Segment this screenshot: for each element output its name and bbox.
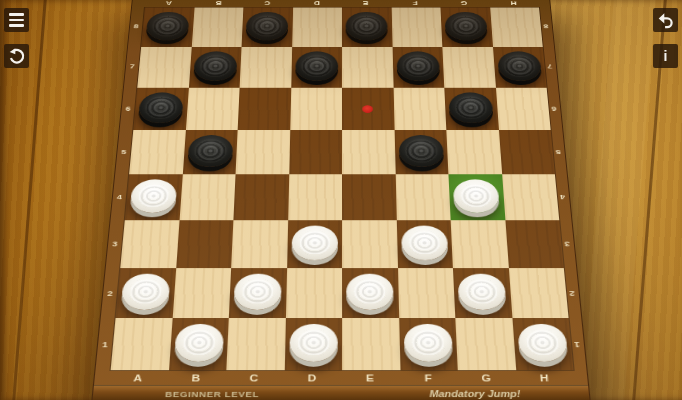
info-button[interactable]: i [653,44,678,68]
undo-button[interactable] [653,8,678,32]
file-label-bottom-H: H [515,371,574,385]
square-A1 [111,318,173,370]
square-B3[interactable] [176,220,234,268]
square-C3 [231,220,288,268]
square-G3 [451,220,509,268]
square-C4[interactable] [233,174,288,220]
square-D1[interactable] [284,318,342,370]
square-A2[interactable] [116,268,176,318]
file-label-top-D: D [292,0,341,7]
square-B1[interactable] [168,318,228,370]
white-man-G2[interactable] [458,274,507,310]
file-labels-bottom: ABCDEFGH [108,371,574,385]
square-G5 [446,130,501,174]
square-D5[interactable] [289,130,342,174]
white-man-F3[interactable] [401,226,448,261]
square-C1 [226,318,285,370]
square-F7[interactable] [392,47,444,88]
board: ABCDEFGH 87654321 87654321 ABCDEFGH BEGI… [90,0,591,400]
black-man-B5[interactable] [187,135,233,167]
square-B6 [185,88,239,130]
square-D7[interactable] [291,47,342,88]
black-man-F5[interactable] [398,135,443,167]
white-man-H1[interactable] [517,324,568,362]
file-label-bottom-B: B [166,371,225,385]
square-D3[interactable] [287,220,342,268]
black-man-F7[interactable] [396,51,440,81]
square-A7 [137,47,191,88]
square-F3[interactable] [396,220,453,268]
square-D4 [288,174,342,220]
square-A5 [129,130,185,174]
file-label-top-G: G [439,0,489,7]
square-H4 [502,174,560,220]
square-F4 [395,174,450,220]
file-label-top-E: E [341,0,390,7]
square-C6[interactable] [238,88,291,130]
file-label-bottom-E: E [341,371,399,385]
square-A3 [120,220,179,268]
black-man-G8[interactable] [445,12,489,41]
square-C8[interactable] [242,8,293,47]
board-grid [109,7,574,371]
square-A6[interactable] [133,88,188,130]
white-man-D1[interactable] [289,324,338,362]
white-man-G4[interactable] [453,179,500,212]
file-label-top-A: A [144,0,194,7]
square-E6[interactable] [342,88,394,130]
square-E1 [342,318,400,370]
square-D8 [292,8,342,47]
white-man-F1[interactable] [403,324,452,362]
square-E7 [342,47,393,88]
board-frame: ABCDEFGH 87654321 87654321 ABCDEFGH BEGI… [90,0,591,400]
checkers-app: ABCDEFGH 87654321 87654321 ABCDEFGH BEGI… [0,0,682,400]
square-G1 [455,318,515,370]
square-F2 [397,268,455,318]
square-C2[interactable] [229,268,287,318]
white-man-E2[interactable] [346,274,394,310]
square-G4[interactable] [448,174,505,220]
square-H1[interactable] [512,318,574,370]
black-man-B7[interactable] [193,51,237,81]
square-G6[interactable] [444,88,498,130]
square-F8 [391,8,442,47]
jump-target-dot[interactable] [362,105,373,113]
square-D2 [285,268,342,318]
hamburger-icon [9,13,24,27]
square-B5[interactable] [182,130,237,174]
black-man-E8[interactable] [346,12,388,41]
white-man-A4[interactable] [130,179,178,212]
info-icon: i [664,49,668,63]
square-G7 [442,47,495,88]
file-label-bottom-G: G [457,371,516,385]
file-labels-top: ABCDEFGH [144,0,538,7]
square-E4[interactable] [342,174,396,220]
square-H7[interactable] [493,47,547,88]
square-G2[interactable] [453,268,512,318]
square-E5 [342,130,395,174]
square-B8 [191,8,243,47]
square-F5[interactable] [394,130,448,174]
white-man-C2[interactable] [234,274,282,310]
square-C5 [236,130,290,174]
square-G8[interactable] [440,8,492,47]
square-H2 [508,268,568,318]
rotate-circular-arrow-icon [8,48,25,65]
file-label-top-F: F [390,0,439,7]
square-H8 [490,8,543,47]
white-man-B1[interactable] [174,324,224,362]
black-man-A6[interactable] [138,92,184,123]
square-H3[interactable] [505,220,564,268]
file-label-bottom-A: A [108,371,167,385]
file-label-top-C: C [242,0,291,7]
file-label-top-B: B [193,0,243,7]
file-label-bottom-C: C [225,371,284,385]
file-label-bottom-F: F [399,371,458,385]
menu-button[interactable] [4,8,29,32]
file-label-top-H: H [488,0,538,7]
square-H5[interactable] [499,130,555,174]
square-F1[interactable] [399,318,458,370]
square-H6 [495,88,550,130]
square-E2[interactable] [342,268,399,318]
black-man-C8[interactable] [246,12,289,41]
square-E8[interactable] [342,8,392,47]
black-man-H7[interactable] [497,51,542,81]
board-perspective-wrapper: ABCDEFGH 87654321 87654321 ABCDEFGH BEGI… [0,35,682,359]
rotate-button[interactable] [4,44,29,68]
square-B7[interactable] [188,47,241,88]
undo-arrow-icon [657,12,674,29]
square-A4[interactable] [125,174,183,220]
square-C7 [240,47,292,88]
white-man-A2[interactable] [121,274,171,310]
black-man-G6[interactable] [449,92,494,123]
white-man-D3[interactable] [291,226,338,261]
square-B2 [172,268,231,318]
square-B4 [179,174,235,220]
file-label-bottom-D: D [283,371,341,385]
square-E3 [342,220,397,268]
level-label: BEGINNER LEVEL [165,390,259,399]
board-front-edge: BEGINNER LEVEL Mandatory Jump! [91,385,590,400]
black-man-A8[interactable] [146,12,190,41]
square-A8[interactable] [141,8,194,47]
status-message: Mandatory Jump! [429,389,521,399]
square-D6 [290,88,342,130]
square-F6 [393,88,446,130]
black-man-D7[interactable] [295,51,338,81]
